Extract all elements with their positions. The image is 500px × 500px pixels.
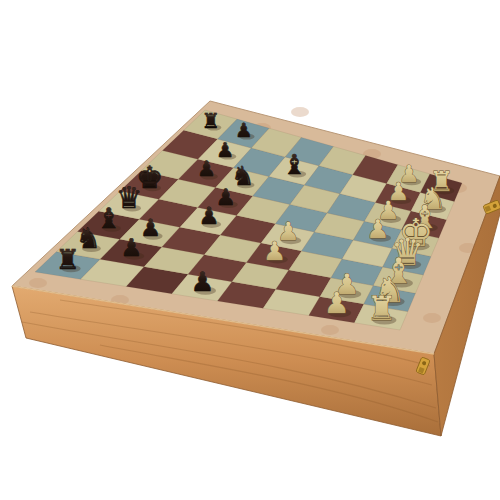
- piece-black-r-h8[interactable]: ♜: [201, 109, 221, 133]
- stone-mottle: [321, 325, 339, 335]
- white-p-glyph[interactable]: ♟: [263, 236, 286, 266]
- white-p-glyph[interactable]: ♟: [324, 286, 350, 320]
- piece-black-p-g7[interactable]: ♟: [216, 138, 236, 162]
- black-p-glyph[interactable]: ♟: [216, 138, 234, 162]
- black-p-glyph[interactable]: ♟: [140, 214, 161, 242]
- black-r-glyph[interactable]: ♜: [56, 244, 80, 275]
- black-p-glyph[interactable]: ♟: [190, 266, 214, 297]
- piece-white-p-c4[interactable]: ♟: [263, 236, 288, 266]
- black-p-glyph[interactable]: ♟: [197, 156, 216, 181]
- chess-set-photo: ♜♟♟♝♟♟♞♚♜♟♟♛♞♟♟♝♝♟♟♟♚♞♟♟♛♜♝♟♟♞♟♜: [0, 0, 500, 500]
- scene-svg: ♜♟♟♝♟♟♞♚♜♟♟♛♞♟♟♝♝♟♟♟♚♞♟♟♛♜♝♟♟♞♟♜: [0, 0, 500, 500]
- stone-mottle: [291, 107, 309, 117]
- piece-black-p-b7[interactable]: ♟: [121, 233, 145, 262]
- piece-black-p-c7[interactable]: ♟: [140, 214, 163, 242]
- piece-black-p-f7[interactable]: ♟: [197, 156, 218, 181]
- black-b-glyph[interactable]: ♝: [282, 149, 306, 180]
- stone-mottle: [423, 313, 441, 323]
- white-r-glyph[interactable]: ♜: [367, 289, 397, 328]
- white-p-glyph[interactable]: ♟: [366, 214, 389, 244]
- black-p-glyph[interactable]: ♟: [198, 202, 219, 230]
- piece-white-p-e2[interactable]: ♟: [366, 214, 391, 244]
- piece-black-p-a5[interactable]: ♟: [190, 266, 216, 297]
- black-p-glyph[interactable]: ♟: [235, 119, 253, 142]
- piece-black-r-a8[interactable]: ♜: [56, 244, 81, 275]
- piece-white-r-a1[interactable]: ♜: [367, 289, 397, 328]
- piece-black-p-h7[interactable]: ♟: [235, 119, 255, 142]
- piece-white-p-a2[interactable]: ♟: [324, 286, 352, 320]
- black-p-glyph[interactable]: ♟: [121, 233, 143, 262]
- stone-mottle: [29, 278, 47, 288]
- piece-black-b-g5[interactable]: ♝: [282, 149, 306, 180]
- black-r-glyph[interactable]: ♜: [201, 109, 220, 133]
- piece-black-p-d6[interactable]: ♟: [198, 202, 221, 230]
